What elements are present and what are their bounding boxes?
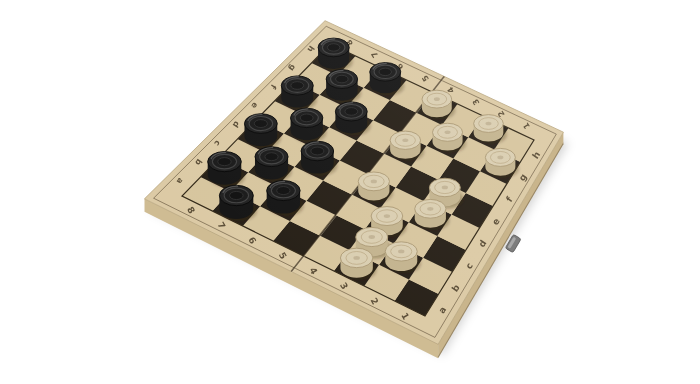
piece-black-b8 — [208, 152, 245, 187]
piece-white-g3 — [432, 123, 466, 153]
piece-black-e7 — [291, 108, 327, 142]
piece-black-d6 — [301, 141, 337, 176]
piece-black-a7 — [219, 185, 256, 221]
piece-black-c7 — [255, 147, 292, 182]
piece-black-g7 — [326, 70, 361, 103]
piece-white-a3 — [340, 248, 376, 280]
checkers-board-photo: aabbccddeeffgghh1122334455667788 — [0, 0, 700, 384]
piece-black-b6 — [267, 181, 304, 216]
piece-white-b2 — [385, 242, 420, 273]
piece-white-d4 — [358, 172, 393, 203]
piece-black-h6 — [370, 63, 404, 96]
piece-white-h4 — [422, 90, 455, 119]
piece-black-f6 — [335, 102, 370, 136]
piece-black-d8 — [244, 114, 280, 149]
product-photo-canvas: aabbccddeeffgghh1122334455667788 — [0, 0, 700, 384]
piece-white-g1 — [485, 148, 518, 178]
piece-white-d2 — [415, 199, 450, 230]
piece-white-f4 — [390, 131, 424, 161]
piece-white-h2 — [474, 115, 507, 144]
piece-black-h8 — [318, 38, 353, 71]
piece-black-f8 — [281, 76, 316, 110]
